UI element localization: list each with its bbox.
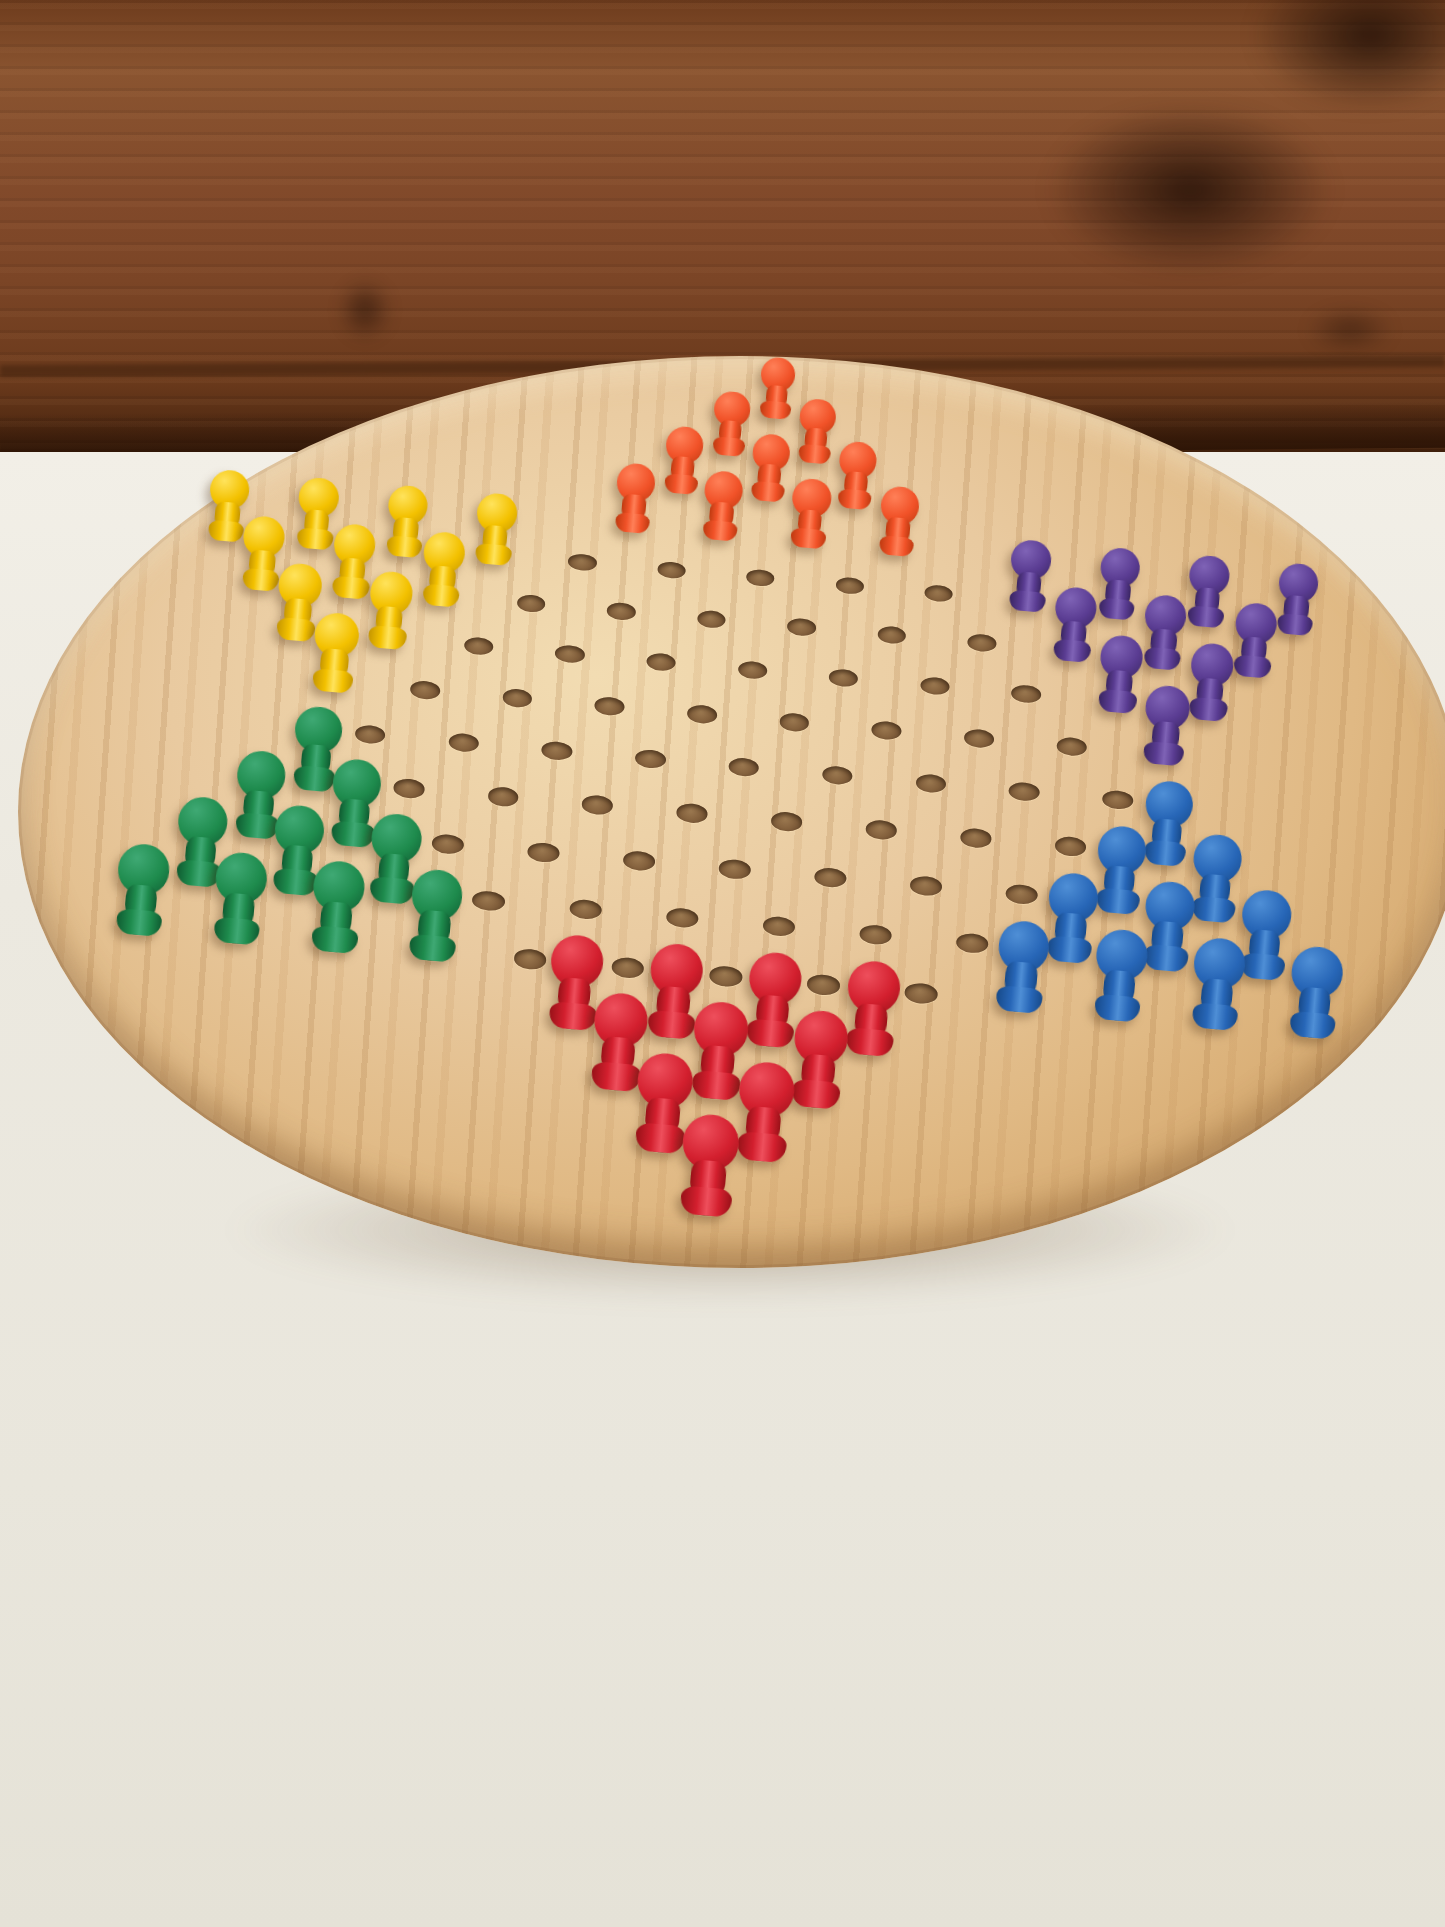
board-cell xyxy=(978,666,1073,721)
peg-purple[interactable] xyxy=(1051,586,1098,663)
board-cell xyxy=(535,879,636,941)
board-cell xyxy=(695,738,793,796)
empty-hole[interactable] xyxy=(1102,789,1134,810)
empty-hole[interactable] xyxy=(541,740,573,761)
peg-foot xyxy=(311,925,359,954)
peg-orange[interactable] xyxy=(749,433,791,502)
peg-purple[interactable] xyxy=(1095,634,1144,714)
peg-orange[interactable] xyxy=(836,441,878,510)
board-cell xyxy=(968,970,1071,1033)
empty-hole[interactable] xyxy=(835,576,865,595)
peg-blue[interactable] xyxy=(1091,928,1149,1023)
board-cell xyxy=(926,809,1025,868)
peg-foot xyxy=(272,868,318,896)
peg-foot xyxy=(368,625,408,649)
peg-foot xyxy=(1009,590,1046,613)
board-cell xyxy=(664,592,758,646)
peg-foot xyxy=(1143,944,1189,972)
board-cell xyxy=(1066,979,1169,1042)
board-cell xyxy=(381,919,484,982)
board-cell xyxy=(654,686,751,743)
empty-hole[interactable] xyxy=(967,633,997,653)
board-cell xyxy=(631,887,732,949)
peg-foot xyxy=(664,473,699,494)
peg-foot xyxy=(759,400,791,420)
peg-foot xyxy=(235,812,280,840)
empty-hole[interactable] xyxy=(1005,884,1038,906)
board-cell xyxy=(454,767,553,826)
board-cell xyxy=(796,650,891,705)
peg-foot xyxy=(680,1185,733,1217)
peg-foot xyxy=(591,1061,641,1092)
board-cell xyxy=(762,512,854,563)
empty-hole[interactable] xyxy=(354,724,386,745)
peg-orange[interactable] xyxy=(796,398,837,465)
peg-red[interactable] xyxy=(842,959,902,1057)
peg-blue[interactable] xyxy=(1188,833,1243,923)
peg-foot xyxy=(1098,689,1138,713)
board-cell xyxy=(892,567,985,620)
peg-orange[interactable] xyxy=(700,470,744,542)
empty-hole[interactable] xyxy=(1054,836,1086,857)
peg-blue[interactable] xyxy=(1237,888,1294,981)
peg-yellow[interactable] xyxy=(384,484,430,558)
peg-foot xyxy=(712,436,745,456)
peg-foot xyxy=(845,1027,894,1057)
peg-foot xyxy=(1189,697,1229,721)
peg-foot xyxy=(241,568,279,592)
peg-foot xyxy=(702,519,738,541)
board-cell xyxy=(825,904,926,966)
peg-foot xyxy=(312,668,353,693)
board-cell xyxy=(876,856,976,917)
board-cell xyxy=(87,893,190,956)
peg-yellow[interactable] xyxy=(473,492,519,566)
empty-hole[interactable] xyxy=(657,560,687,579)
empty-hole[interactable] xyxy=(746,568,776,587)
peg-grid xyxy=(67,333,1413,1291)
peg-yellow[interactable] xyxy=(420,531,467,608)
empty-hole[interactable] xyxy=(606,602,636,622)
peg-foot xyxy=(691,1070,741,1101)
peg-foot xyxy=(1233,655,1271,679)
board-cell xyxy=(415,714,513,772)
empty-hole[interactable] xyxy=(865,819,897,840)
peg-orange[interactable] xyxy=(757,356,796,420)
peg-foot xyxy=(996,985,1044,1014)
empty-hole[interactable] xyxy=(920,676,951,696)
peg-red[interactable] xyxy=(788,1009,850,1109)
board-cell xyxy=(587,497,679,548)
empty-hole[interactable] xyxy=(448,732,480,753)
empty-hole[interactable] xyxy=(771,811,803,832)
board-cell xyxy=(589,831,689,892)
peg-blue[interactable] xyxy=(1189,936,1247,1031)
peg-foot xyxy=(791,1078,841,1109)
board-cell xyxy=(788,746,886,804)
board-cell xyxy=(832,800,931,859)
peg-foot xyxy=(297,528,334,551)
peg-orange[interactable] xyxy=(876,485,920,557)
peg-green[interactable] xyxy=(113,842,171,937)
peg-orange[interactable] xyxy=(710,390,751,457)
photo-scene xyxy=(0,0,1445,1927)
empty-hole[interactable] xyxy=(432,833,465,855)
empty-hole[interactable] xyxy=(635,749,667,770)
empty-hole[interactable] xyxy=(821,765,853,786)
peg-foot xyxy=(369,876,415,904)
board-cell xyxy=(850,520,942,571)
board-cell xyxy=(185,902,288,965)
peg-purple[interactable] xyxy=(1096,546,1142,620)
peg-red[interactable] xyxy=(677,1112,742,1217)
board-cell xyxy=(469,669,566,726)
peg-foot xyxy=(292,765,336,792)
peg-foot xyxy=(751,481,786,502)
peg-foot xyxy=(647,1009,696,1039)
board-cell xyxy=(536,536,629,589)
peg-foot xyxy=(1276,613,1313,636)
empty-hole[interactable] xyxy=(728,757,760,778)
empty-hole[interactable] xyxy=(611,957,645,979)
board-cell xyxy=(714,552,807,605)
empty-hole[interactable] xyxy=(955,932,989,954)
peg-foot xyxy=(614,512,650,534)
peg-foot xyxy=(332,576,370,600)
peg-foot xyxy=(386,535,423,558)
empty-hole[interactable] xyxy=(568,553,598,572)
empty-hole[interactable] xyxy=(960,828,992,849)
empty-hole[interactable] xyxy=(1008,781,1040,802)
empty-hole[interactable] xyxy=(718,858,751,880)
board-cell xyxy=(522,626,617,681)
board-cell xyxy=(882,755,980,813)
empty-hole[interactable] xyxy=(877,625,907,645)
peg-red[interactable] xyxy=(733,1060,796,1163)
peg-foot xyxy=(1143,840,1187,867)
empty-hole[interactable] xyxy=(392,778,424,799)
board-cell xyxy=(1261,996,1364,1059)
wood-knot xyxy=(330,268,400,352)
peg-foot xyxy=(1191,1002,1239,1031)
empty-hole[interactable] xyxy=(581,795,613,816)
peg-blue[interactable] xyxy=(1286,945,1344,1040)
empty-hole[interactable] xyxy=(623,850,656,872)
peg-foot xyxy=(422,584,460,608)
peg-purple[interactable] xyxy=(1141,594,1188,671)
board-cell xyxy=(1115,726,1212,783)
peg-purple[interactable] xyxy=(1187,642,1236,722)
empty-hole[interactable] xyxy=(828,668,859,688)
peg-green[interactable] xyxy=(308,859,366,954)
board-cell xyxy=(781,847,881,908)
peg-foot xyxy=(1289,1010,1337,1039)
peg-foot xyxy=(115,908,163,937)
empty-hole[interactable] xyxy=(915,773,947,794)
empty-hole[interactable] xyxy=(487,786,519,807)
empty-hole[interactable] xyxy=(502,688,533,708)
empty-hole[interactable] xyxy=(527,842,560,864)
board-cell xyxy=(602,730,700,788)
board-cell xyxy=(935,616,1029,670)
peg-foot xyxy=(1143,647,1181,671)
peg-foot xyxy=(276,617,316,641)
empty-hole[interactable] xyxy=(555,644,586,664)
empty-hole[interactable] xyxy=(516,594,546,614)
peg-foot xyxy=(746,1018,795,1048)
empty-hole[interactable] xyxy=(787,617,817,637)
peg-foot xyxy=(1053,639,1091,663)
peg-blue[interactable] xyxy=(1044,871,1101,964)
peg-green[interactable] xyxy=(210,851,268,946)
peg-purple[interactable] xyxy=(1007,538,1053,612)
empty-hole[interactable] xyxy=(871,720,902,740)
board-cell xyxy=(838,702,935,759)
board-cell xyxy=(746,694,843,751)
empty-hole[interactable] xyxy=(779,712,810,732)
peg-blue[interactable] xyxy=(1140,880,1197,973)
board-cell xyxy=(887,658,982,713)
empty-hole[interactable] xyxy=(910,875,943,897)
empty-hole[interactable] xyxy=(737,660,768,680)
wood-knot xyxy=(1290,300,1410,360)
empty-hole[interactable] xyxy=(963,728,994,748)
peg-foot xyxy=(548,1001,597,1031)
board-cell xyxy=(728,895,829,957)
empty-hole[interactable] xyxy=(1011,684,1042,704)
peg-foot xyxy=(1239,952,1285,980)
empty-hole[interactable] xyxy=(904,982,938,1004)
peg-foot xyxy=(208,520,245,543)
board-cell xyxy=(931,710,1028,767)
board-cell xyxy=(613,634,708,689)
peg-foot xyxy=(1191,895,1236,923)
empty-hole[interactable] xyxy=(665,907,699,929)
peg-foot xyxy=(838,489,873,510)
board-cell xyxy=(625,544,718,597)
peg-blue[interactable] xyxy=(1141,779,1195,866)
peg-orange[interactable] xyxy=(662,425,704,494)
board-cell xyxy=(1163,987,1266,1050)
board-cell xyxy=(548,776,647,835)
peg-foot xyxy=(1098,598,1135,621)
peg-foot xyxy=(213,916,261,945)
board-cell xyxy=(674,504,766,555)
empty-hole[interactable] xyxy=(696,610,726,630)
peg-foot xyxy=(1187,606,1224,629)
peg-foot xyxy=(1046,935,1092,963)
board-cell xyxy=(1023,718,1120,775)
peg-foot xyxy=(798,444,831,464)
board-cell xyxy=(845,608,939,662)
empty-hole[interactable] xyxy=(472,890,506,912)
peg-foot xyxy=(475,543,512,566)
peg-blue[interactable] xyxy=(1093,825,1148,915)
empty-hole[interactable] xyxy=(594,696,625,716)
peg-foot xyxy=(330,820,375,848)
peg-foot xyxy=(1143,741,1184,766)
peg-foot xyxy=(1095,887,1140,915)
board-cell xyxy=(643,784,742,843)
peg-yellow[interactable] xyxy=(365,570,414,650)
peg-purple[interactable] xyxy=(1185,554,1231,628)
board-cell xyxy=(508,722,606,780)
peg-purple[interactable] xyxy=(1274,562,1320,636)
empty-hole[interactable] xyxy=(924,584,954,603)
empty-hole[interactable] xyxy=(859,924,893,946)
board-cell xyxy=(652,1171,759,1240)
board-cell xyxy=(737,792,836,851)
empty-hole[interactable] xyxy=(646,652,677,672)
board-cell xyxy=(431,618,526,673)
wood-knot xyxy=(990,70,1390,310)
empty-hole[interactable] xyxy=(814,867,847,889)
board-cell xyxy=(754,600,848,654)
board-cell xyxy=(377,661,474,718)
empty-hole[interactable] xyxy=(409,679,440,699)
peg-foot xyxy=(635,1123,686,1155)
board-cell xyxy=(803,559,896,612)
peg-foot xyxy=(736,1131,787,1163)
board-cell xyxy=(975,763,1073,821)
peg-foot xyxy=(1093,993,1141,1022)
board-cell xyxy=(685,839,785,900)
peg-foot xyxy=(878,535,914,557)
peg-orange[interactable] xyxy=(613,462,657,534)
peg-yellow[interactable] xyxy=(310,611,360,693)
peg-green[interactable] xyxy=(406,868,464,963)
empty-hole[interactable] xyxy=(568,899,602,921)
peg-orange[interactable] xyxy=(788,477,832,549)
empty-hole[interactable] xyxy=(806,974,840,996)
empty-hole[interactable] xyxy=(513,948,547,970)
empty-hole[interactable] xyxy=(1056,736,1087,756)
empty-hole[interactable] xyxy=(709,965,743,987)
peg-foot xyxy=(790,527,826,549)
empty-hole[interactable] xyxy=(686,704,717,724)
peg-purple[interactable] xyxy=(1141,684,1191,766)
board-cell xyxy=(494,822,594,883)
peg-purple[interactable] xyxy=(1231,602,1278,679)
board-cell xyxy=(705,642,800,697)
peg-yellow[interactable] xyxy=(295,476,341,550)
empty-hole[interactable] xyxy=(676,803,708,824)
board-cell xyxy=(561,678,658,735)
chinese-checkers-board xyxy=(18,356,1445,1268)
board-cell xyxy=(283,910,386,973)
empty-hole[interactable] xyxy=(463,636,494,656)
board-cell xyxy=(284,653,381,710)
peg-foot xyxy=(409,933,457,962)
empty-hole[interactable] xyxy=(762,915,796,937)
board-cell xyxy=(484,577,578,631)
board-cell xyxy=(574,585,668,639)
peg-blue[interactable] xyxy=(993,919,1051,1014)
